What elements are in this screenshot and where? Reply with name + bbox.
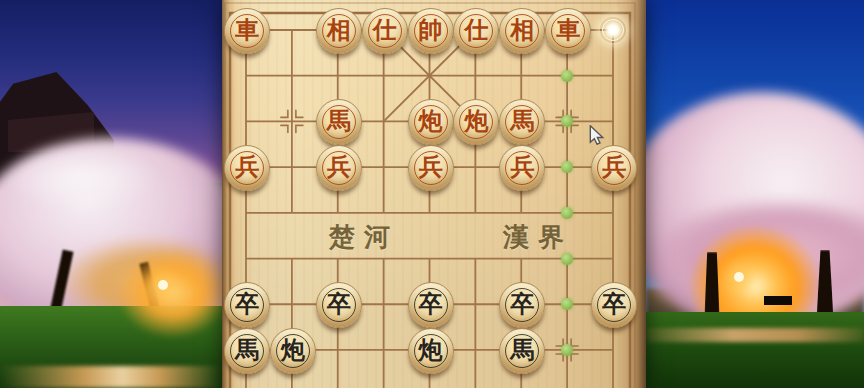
cherry-blossom-highlight [6, 146, 156, 210]
piece-glyph: 兵 [327, 155, 351, 179]
mouse-cursor [589, 125, 607, 145]
piece-black-horse-g7[interactable]: 馬 [499, 328, 545, 374]
piece-black-soldier-a6[interactable]: 卒 [224, 282, 270, 328]
piece-red-general-e0[interactable]: 帥 [408, 8, 454, 54]
piece-glyph: 馬 [235, 338, 259, 362]
piece-black-soldier-c6[interactable]: 卒 [316, 282, 362, 328]
piece-glyph: 兵 [602, 155, 626, 179]
piece-glyph: 兵 [419, 155, 443, 179]
piece-glyph: 兵 [235, 155, 259, 179]
piece-black-cannon-e7[interactable]: 炮 [408, 328, 454, 374]
river-label-han: 漢界 [503, 220, 573, 255]
piece-red-advisor-d0[interactable]: 仕 [362, 8, 408, 54]
background-photo-right [646, 0, 864, 388]
piece-red-elephant-g0[interactable]: 相 [499, 8, 545, 54]
background-photo-left [0, 0, 222, 388]
piece-glyph: 馬 [327, 109, 351, 133]
move-origin-sparkle-i0 [600, 17, 626, 43]
piece-red-elephant-c0[interactable]: 相 [316, 8, 362, 54]
piece-red-cannon-e2[interactable]: 炮 [408, 99, 454, 145]
lamp-glow [118, 248, 222, 338]
move-hint-dot-h7[interactable] [561, 344, 573, 356]
move-hint-dot-h5[interactable] [561, 253, 573, 265]
piece-red-chariot-a0[interactable]: 車 [224, 8, 270, 54]
river-label-chu: 楚河 [329, 220, 399, 255]
piece-red-soldier-e3[interactable]: 兵 [408, 145, 454, 191]
move-hint-dot-h1[interactable] [561, 70, 573, 82]
piece-glyph: 帥 [419, 18, 443, 42]
lit-path [646, 328, 864, 342]
piece-red-soldier-c3[interactable]: 兵 [316, 145, 362, 191]
move-hint-dot-h4[interactable] [561, 207, 573, 219]
piece-red-soldier-i3[interactable]: 兵 [591, 145, 637, 191]
piece-glyph: 相 [327, 18, 351, 42]
piece-red-horse-c2[interactable]: 馬 [316, 99, 362, 145]
piece-glyph: 卒 [602, 292, 626, 316]
lit-path [0, 366, 222, 388]
piece-glyph: 卒 [419, 292, 443, 316]
lamp-light [158, 280, 168, 290]
piece-red-chariot-h0[interactable]: 車 [545, 8, 591, 54]
piece-black-soldier-e6[interactable]: 卒 [408, 282, 454, 328]
piece-glyph: 馬 [510, 338, 534, 362]
bench-silhouette [764, 296, 792, 305]
piece-glyph: 炮 [464, 109, 488, 133]
xiangqi-board[interactable]: 楚河 漢界 車相仕帥仕相車馬炮炮馬兵兵兵兵兵卒卒卒卒卒馬炮炮馬 [222, 0, 646, 388]
lamp-light [734, 272, 744, 282]
piece-glyph: 卒 [235, 292, 259, 316]
piece-black-horse-a7[interactable]: 馬 [224, 328, 270, 374]
piece-glyph: 炮 [419, 109, 443, 133]
piece-glyph: 馬 [510, 109, 534, 133]
piece-glyph: 車 [556, 18, 580, 42]
piece-glyph: 卒 [327, 292, 351, 316]
screen: 楚河 漢界 車相仕帥仕相車馬炮炮馬兵兵兵兵兵卒卒卒卒卒馬炮炮馬 [0, 0, 864, 388]
piece-glyph: 炮 [281, 338, 305, 362]
piece-glyph: 車 [235, 18, 259, 42]
piece-glyph: 仕 [373, 18, 397, 42]
grass [646, 312, 864, 388]
piece-glyph: 兵 [510, 155, 534, 179]
piece-black-cannon-b7[interactable]: 炮 [270, 328, 316, 374]
piece-glyph: 相 [510, 18, 534, 42]
piece-black-soldier-i6[interactable]: 卒 [591, 282, 637, 328]
piece-glyph: 仕 [464, 18, 488, 42]
piece-glyph: 卒 [510, 292, 534, 316]
piece-red-soldier-a3[interactable]: 兵 [224, 145, 270, 191]
piece-glyph: 炮 [419, 338, 443, 362]
